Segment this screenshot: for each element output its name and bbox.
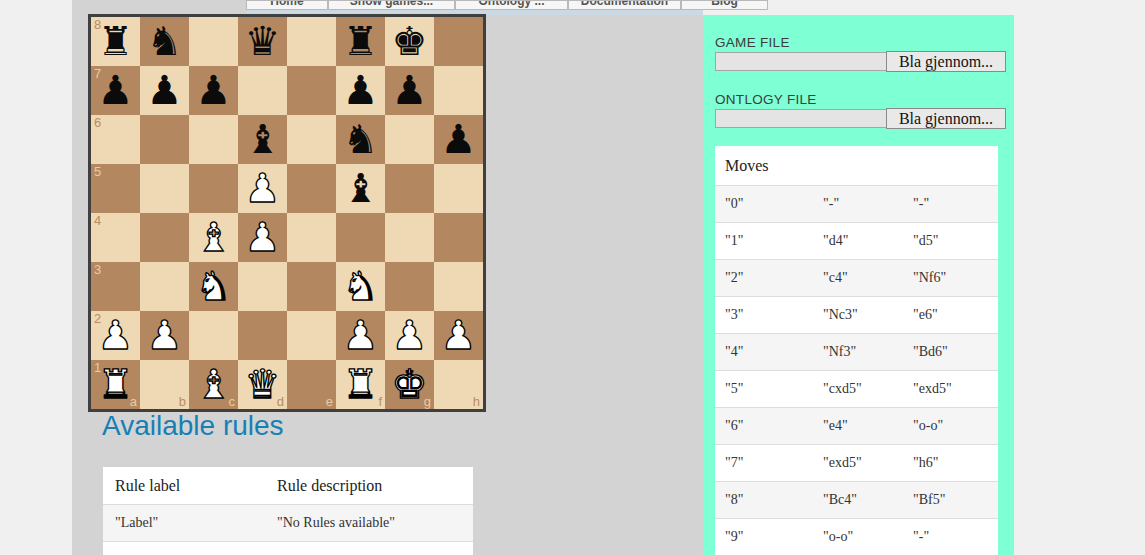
piece-white-pawn[interactable]: ♟ xyxy=(336,311,385,360)
moves-table: Moves "0""-""-""1""d4""d5""2""c4""Nf6""3… xyxy=(715,146,998,555)
square-f4 xyxy=(336,213,385,262)
square-f2: ♟ xyxy=(336,311,385,360)
piece-white-queen[interactable]: ♛ xyxy=(238,360,287,409)
square-e8 xyxy=(287,17,336,66)
rules-table-body: "Label""No Rules available" xyxy=(103,505,473,542)
square-d6: ♝ xyxy=(238,115,287,164)
black-move: "o-o" xyxy=(903,408,998,444)
square-g3 xyxy=(385,262,434,311)
piece-black-pawn[interactable]: ♟ xyxy=(91,66,140,115)
move-row: "8""Bc4""Bf5" xyxy=(715,482,998,519)
move-number: "2" xyxy=(715,260,813,296)
square-h6: ♟ xyxy=(434,115,483,164)
white-move: "cxd5" xyxy=(813,371,903,407)
piece-black-king[interactable]: ♚ xyxy=(385,17,434,66)
square-d4: ♟ xyxy=(238,213,287,262)
piece-black-rook[interactable]: ♜ xyxy=(336,17,385,66)
move-number: "5" xyxy=(715,371,813,407)
white-move: "exd5" xyxy=(813,445,903,481)
page: HomeShow games...Ontology ...Documentati… xyxy=(0,0,1145,555)
square-g4 xyxy=(385,213,434,262)
piece-black-bishop[interactable]: ♝ xyxy=(336,164,385,213)
black-move: "e6" xyxy=(903,297,998,333)
square-f7: ♟ xyxy=(336,66,385,115)
move-row: "5""cxd5""exd5" xyxy=(715,371,998,408)
black-move: "exd5" xyxy=(903,371,998,407)
ontology-file-input[interactable] xyxy=(715,109,890,128)
square-a8: 8♜ xyxy=(91,17,140,66)
square-a1: 1a♜ xyxy=(91,360,140,409)
piece-black-knight[interactable]: ♞ xyxy=(140,17,189,66)
tab-blog[interactable]: Blog xyxy=(681,0,768,10)
piece-white-knight[interactable]: ♞ xyxy=(189,262,238,311)
square-e4 xyxy=(287,213,336,262)
square-f1: f♜ xyxy=(336,360,385,409)
square-c8 xyxy=(189,17,238,66)
black-move: "d5" xyxy=(903,223,998,259)
piece-black-knight[interactable]: ♞ xyxy=(336,115,385,164)
black-move: "-" xyxy=(903,186,998,222)
square-d2 xyxy=(238,311,287,360)
tab-documentation[interactable]: Documentation xyxy=(568,0,681,10)
square-g8: ♚ xyxy=(385,17,434,66)
square-e3 xyxy=(287,262,336,311)
piece-white-pawn[interactable]: ♟ xyxy=(91,311,140,360)
game-file-input[interactable] xyxy=(715,52,890,71)
white-move: "Nf3" xyxy=(813,334,903,370)
tab-ontology[interactable]: Ontology ... xyxy=(455,0,568,10)
piece-black-pawn[interactable]: ♟ xyxy=(434,115,483,164)
tab-label: Documentation xyxy=(569,0,680,8)
file-label-h: h xyxy=(473,394,480,409)
square-f6: ♞ xyxy=(336,115,385,164)
moves-table-title: Moves xyxy=(715,146,998,186)
ontology-file-label: ONTLOGY FILE xyxy=(715,92,817,107)
square-b3 xyxy=(140,262,189,311)
square-g1: g♚ xyxy=(385,360,434,409)
piece-white-bishop[interactable]: ♝ xyxy=(189,360,238,409)
square-b1: b xyxy=(140,360,189,409)
available-rules-heading: Available rules xyxy=(102,410,284,442)
white-move: "o-o" xyxy=(813,519,903,555)
rule-label-value: "Label" xyxy=(103,505,265,541)
tab-label: Show games... xyxy=(329,0,454,8)
piece-black-queen[interactable]: ♛ xyxy=(238,17,287,66)
square-f5: ♝ xyxy=(336,164,385,213)
square-a5: 5 xyxy=(91,164,140,213)
move-row: "3""Nc3""e6" xyxy=(715,297,998,334)
move-row: "2""c4""Nf6" xyxy=(715,260,998,297)
rank-label-6: 6 xyxy=(94,115,101,130)
square-g7: ♟ xyxy=(385,66,434,115)
move-row: "0""-""-" xyxy=(715,186,998,223)
square-e5 xyxy=(287,164,336,213)
square-a2: 2♟ xyxy=(91,311,140,360)
square-c3: ♞ xyxy=(189,262,238,311)
square-c7: ♟ xyxy=(189,66,238,115)
square-c2 xyxy=(189,311,238,360)
move-number: "1" xyxy=(715,223,813,259)
square-d7 xyxy=(238,66,287,115)
file-label-e: e xyxy=(326,394,333,409)
chess-board: 8♜♞♛♜♚7♟♟♟♟♟6♝♞♟5♟♝4♝♟3♞♞2♟♟♟♟♟1a♜bc♝d♛e… xyxy=(91,17,483,409)
piece-white-rook[interactable]: ♜ xyxy=(336,360,385,409)
tab-show-games[interactable]: Show games... xyxy=(328,0,455,10)
move-row: "7""exd5""h6" xyxy=(715,445,998,482)
piece-white-king[interactable]: ♚ xyxy=(385,360,434,409)
move-number: "6" xyxy=(715,408,813,444)
piece-black-pawn[interactable]: ♟ xyxy=(385,66,434,115)
black-move: "Bd6" xyxy=(903,334,998,370)
piece-black-bishop[interactable]: ♝ xyxy=(238,115,287,164)
piece-white-bishop[interactable]: ♝ xyxy=(189,213,238,262)
rule-row: "Label""No Rules available" xyxy=(103,505,473,542)
top-navigation: HomeShow games...Ontology ...Documentati… xyxy=(246,0,768,10)
move-number: "3" xyxy=(715,297,813,333)
rules-table-empty-row xyxy=(103,542,473,555)
tab-home[interactable]: Home xyxy=(246,0,328,10)
black-move: "h6" xyxy=(903,445,998,481)
move-number: "7" xyxy=(715,445,813,481)
moves-table-body: "0""-""-""1""d4""d5""2""c4""Nf6""3""Nc3"… xyxy=(715,186,998,555)
square-g5 xyxy=(385,164,434,213)
piece-white-pawn[interactable]: ♟ xyxy=(238,164,287,213)
square-h3 xyxy=(434,262,483,311)
rank-label-5: 5 xyxy=(94,164,101,179)
square-d1: d♛ xyxy=(238,360,287,409)
tab-label: Blog xyxy=(682,0,767,8)
square-d3 xyxy=(238,262,287,311)
rules-table: Rule label Rule description "Label""No R… xyxy=(103,467,473,555)
move-row: "4""Nf3""Bd6" xyxy=(715,334,998,371)
square-h5 xyxy=(434,164,483,213)
square-e7 xyxy=(287,66,336,115)
tab-label: Ontology ... xyxy=(456,0,567,8)
square-a4: 4 xyxy=(91,213,140,262)
piece-black-pawn[interactable]: ♟ xyxy=(140,66,189,115)
move-row: "1""d4""d5" xyxy=(715,223,998,260)
move-number: "0" xyxy=(715,186,813,222)
square-h4 xyxy=(434,213,483,262)
move-row: "9""o-o""-" xyxy=(715,519,998,555)
square-c1: c♝ xyxy=(189,360,238,409)
white-move: "d4" xyxy=(813,223,903,259)
move-row: "6""e4""o-o" xyxy=(715,408,998,445)
piece-white-rook[interactable]: ♜ xyxy=(91,360,140,409)
piece-white-pawn[interactable]: ♟ xyxy=(385,311,434,360)
move-number: "9" xyxy=(715,519,813,555)
square-e6 xyxy=(287,115,336,164)
square-a3: 3 xyxy=(91,262,140,311)
square-b8: ♞ xyxy=(140,17,189,66)
ontology-file-browse-button[interactable]: Bla gjennom... xyxy=(886,108,1006,129)
piece-white-pawn[interactable]: ♟ xyxy=(238,213,287,262)
black-move: "Nf6" xyxy=(903,260,998,296)
square-e2 xyxy=(287,311,336,360)
square-c6 xyxy=(189,115,238,164)
piece-black-rook[interactable]: ♜ xyxy=(91,17,140,66)
piece-white-pawn[interactable]: ♟ xyxy=(434,311,483,360)
square-b6 xyxy=(140,115,189,164)
rule-description-value: "No Rules available" xyxy=(265,505,473,541)
white-move: "c4" xyxy=(813,260,903,296)
square-b7: ♟ xyxy=(140,66,189,115)
game-file-label: GAME FILE xyxy=(715,35,790,50)
square-f8: ♜ xyxy=(336,17,385,66)
square-g2: ♟ xyxy=(385,311,434,360)
square-b2: ♟ xyxy=(140,311,189,360)
square-g6 xyxy=(385,115,434,164)
white-move: "-" xyxy=(813,186,903,222)
square-c4: ♝ xyxy=(189,213,238,262)
white-move: "Bc4" xyxy=(813,482,903,518)
square-b5 xyxy=(140,164,189,213)
chess-board-frame: 8♜♞♛♜♚7♟♟♟♟♟6♝♞♟5♟♝4♝♟3♞♞2♟♟♟♟♟1a♜bc♝d♛e… xyxy=(88,14,486,412)
move-number: "8" xyxy=(715,482,813,518)
white-move: "e4" xyxy=(813,408,903,444)
tab-label: Home xyxy=(247,0,327,8)
rank-label-4: 4 xyxy=(94,213,101,228)
move-number: "4" xyxy=(715,334,813,370)
white-move: "Nc3" xyxy=(813,297,903,333)
square-e1: e xyxy=(287,360,336,409)
square-h7 xyxy=(434,66,483,115)
file-label-b: b xyxy=(179,394,186,409)
square-d5: ♟ xyxy=(238,164,287,213)
piece-black-pawn[interactable]: ♟ xyxy=(189,66,238,115)
rule-label-column-header: Rule label xyxy=(103,467,265,504)
piece-white-pawn[interactable]: ♟ xyxy=(140,311,189,360)
square-f3: ♞ xyxy=(336,262,385,311)
square-h1: h xyxy=(434,360,483,409)
rule-description-column-header: Rule description xyxy=(265,467,473,504)
piece-black-pawn[interactable]: ♟ xyxy=(336,66,385,115)
rules-table-header: Rule label Rule description xyxy=(103,467,473,505)
square-d8: ♛ xyxy=(238,17,287,66)
rank-label-3: 3 xyxy=(94,262,101,277)
square-c5 xyxy=(189,164,238,213)
black-move: "-" xyxy=(903,519,998,555)
game-file-browse-button[interactable]: Bla gjennom... xyxy=(886,51,1006,72)
square-h8 xyxy=(434,17,483,66)
black-move: "Bf5" xyxy=(903,482,998,518)
square-b4 xyxy=(140,213,189,262)
square-a7: 7♟ xyxy=(91,66,140,115)
square-a6: 6 xyxy=(91,115,140,164)
square-h2: ♟ xyxy=(434,311,483,360)
piece-white-knight[interactable]: ♞ xyxy=(336,262,385,311)
